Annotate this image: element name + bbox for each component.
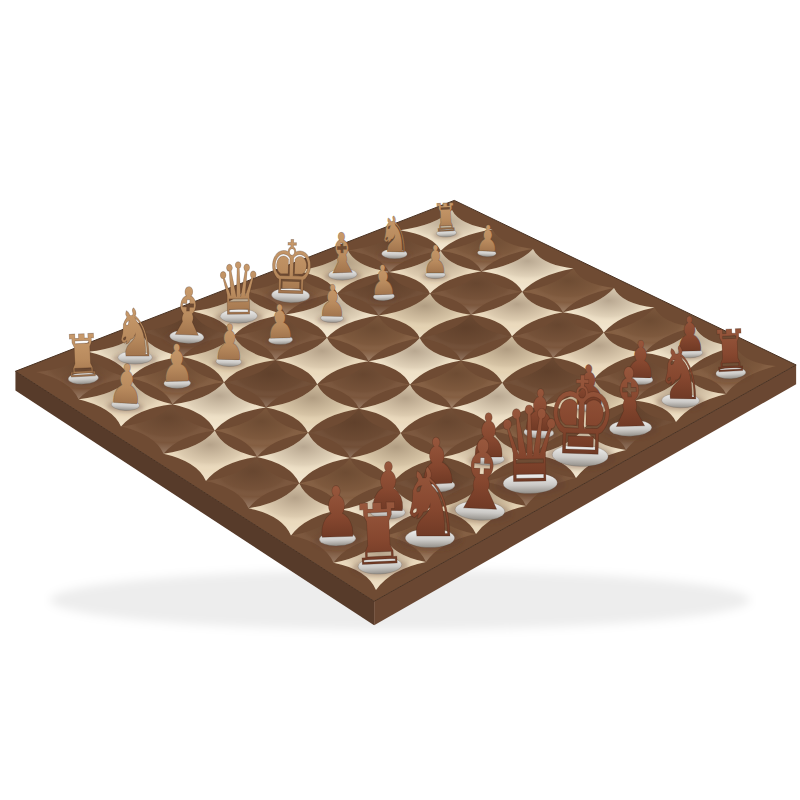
piece-glyph: ♜ — [348, 485, 408, 584]
piece-glyph: ♟ — [422, 236, 448, 281]
piece-white-pawn-d2[interactable]: ♟ — [263, 294, 296, 350]
piece-black-knight-b8[interactable]: ♞ — [398, 447, 463, 558]
piece-white-pawn-b2[interactable]: ♟ — [159, 333, 195, 394]
piece-black-rook-a8[interactable]: ♜ — [348, 485, 410, 584]
piece-black-knight-g8[interactable]: ♞ — [655, 330, 706, 416]
piece-glyph: ♟ — [368, 255, 398, 305]
piece-white-pawn-e2[interactable]: ♟ — [317, 275, 348, 327]
piece-glyph: ♜ — [709, 317, 750, 386]
piece-white-pawn-c2[interactable]: ♟ — [212, 314, 247, 372]
piece-glyph: ♟ — [159, 333, 194, 394]
piece-glyph: ♟ — [264, 294, 297, 350]
chessboard[interactable]: ♜ ♟ ♞ ♝ ♟ ♚ ♟ ♛ — [0, 0, 800, 800]
piece-white-pawn-f2[interactable]: ♟ — [368, 255, 398, 305]
piece-white-rook-h1[interactable]: ♜ — [432, 194, 460, 241]
piece-glyph: ♟ — [317, 275, 347, 327]
piece-white-pawn-g2[interactable]: ♟ — [422, 236, 448, 281]
piece-glyph: ♞ — [656, 330, 706, 416]
piece-white-rook-a1[interactable]: ♜ — [61, 321, 104, 391]
piece-black-rook-h8[interactable]: ♜ — [709, 317, 751, 386]
piece-glyph: ♟ — [212, 314, 246, 372]
piece-white-pawn-h2[interactable]: ♟ — [474, 216, 501, 260]
piece-glyph: ♜ — [432, 194, 460, 241]
piece-white-pawn-a2[interactable]: ♟ — [106, 352, 146, 416]
product-photo-canvas: ♜ ♟ ♞ ♝ ♟ ♚ ♟ ♛ — [0, 0, 800, 800]
piece-glyph: ♟ — [107, 352, 146, 416]
piece-glyph: ♞ — [398, 447, 461, 558]
piece-glyph: ♟ — [474, 216, 500, 260]
piece-glyph: ♜ — [61, 321, 103, 391]
